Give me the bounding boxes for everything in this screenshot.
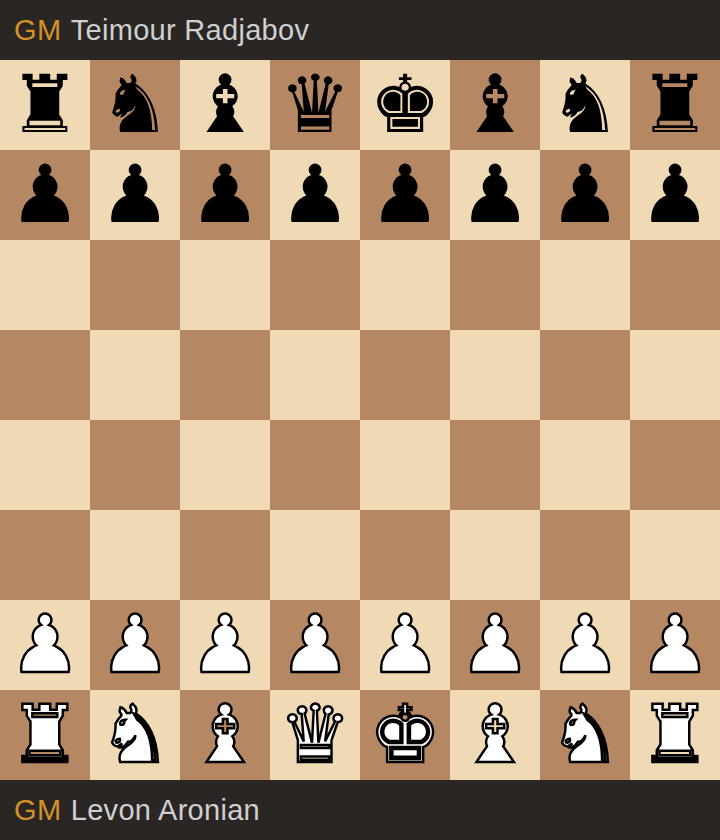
piece-white-bishop[interactable]: ♝ <box>189 690 261 780</box>
square-b4[interactable] <box>90 420 180 510</box>
square-g7[interactable]: ♟︎ <box>540 150 630 240</box>
square-a2[interactable]: ♟︎ <box>0 600 90 690</box>
square-h8[interactable]: ♜ <box>630 60 720 150</box>
square-f8[interactable]: ♝ <box>450 60 540 150</box>
bottom-player-bar: GM Levon Aronian <box>0 780 720 840</box>
square-a8[interactable]: ♜ <box>0 60 90 150</box>
piece-black-queen[interactable]: ♛ <box>279 60 351 150</box>
square-c6[interactable] <box>180 240 270 330</box>
chess-board[interactable]: ♜♞♝♛♚♝♞♜♟︎♟︎♟︎♟︎♟︎♟︎♟︎♟︎♟︎♟︎♟︎♟︎♟︎♟︎♟︎♟︎… <box>0 60 720 780</box>
piece-black-pawn[interactable]: ♟︎ <box>9 150 81 240</box>
square-f7[interactable]: ♟︎ <box>450 150 540 240</box>
square-g4[interactable] <box>540 420 630 510</box>
square-g3[interactable] <box>540 510 630 600</box>
square-g8[interactable]: ♞ <box>540 60 630 150</box>
piece-white-rook[interactable]: ♜ <box>639 690 711 780</box>
square-f3[interactable] <box>450 510 540 600</box>
square-a4[interactable] <box>0 420 90 510</box>
square-d1[interactable]: ♛ <box>270 690 360 780</box>
square-f4[interactable] <box>450 420 540 510</box>
square-b5[interactable] <box>90 330 180 420</box>
piece-white-knight[interactable]: ♞ <box>99 690 171 780</box>
top-player-name: Teimour Radjabov <box>71 14 310 47</box>
piece-white-pawn[interactable]: ♟︎ <box>549 600 621 690</box>
piece-white-pawn[interactable]: ♟︎ <box>639 600 711 690</box>
piece-white-pawn[interactable]: ♟︎ <box>189 600 261 690</box>
square-e3[interactable] <box>360 510 450 600</box>
piece-black-rook[interactable]: ♜ <box>9 60 81 150</box>
square-g5[interactable] <box>540 330 630 420</box>
square-d8[interactable]: ♛ <box>270 60 360 150</box>
piece-white-king[interactable]: ♚ <box>369 690 441 780</box>
piece-black-knight[interactable]: ♞ <box>99 60 171 150</box>
piece-black-king[interactable]: ♚ <box>369 60 441 150</box>
square-e1[interactable]: ♚ <box>360 690 450 780</box>
piece-white-bishop[interactable]: ♝ <box>459 690 531 780</box>
piece-black-bishop[interactable]: ♝ <box>459 60 531 150</box>
square-a5[interactable] <box>0 330 90 420</box>
square-d4[interactable] <box>270 420 360 510</box>
square-c5[interactable] <box>180 330 270 420</box>
square-h2[interactable]: ♟︎ <box>630 600 720 690</box>
piece-black-pawn[interactable]: ♟︎ <box>549 150 621 240</box>
square-c3[interactable] <box>180 510 270 600</box>
square-c7[interactable]: ♟︎ <box>180 150 270 240</box>
square-b7[interactable]: ♟︎ <box>90 150 180 240</box>
piece-black-pawn[interactable]: ♟︎ <box>189 150 261 240</box>
square-e8[interactable]: ♚ <box>360 60 450 150</box>
square-f2[interactable]: ♟︎ <box>450 600 540 690</box>
piece-white-pawn[interactable]: ♟︎ <box>99 600 171 690</box>
square-f1[interactable]: ♝ <box>450 690 540 780</box>
square-d2[interactable]: ♟︎ <box>270 600 360 690</box>
square-g2[interactable]: ♟︎ <box>540 600 630 690</box>
square-c1[interactable]: ♝ <box>180 690 270 780</box>
square-d7[interactable]: ♟︎ <box>270 150 360 240</box>
piece-black-pawn[interactable]: ♟︎ <box>639 150 711 240</box>
square-b1[interactable]: ♞ <box>90 690 180 780</box>
square-e2[interactable]: ♟︎ <box>360 600 450 690</box>
square-e6[interactable] <box>360 240 450 330</box>
piece-black-rook[interactable]: ♜ <box>639 60 711 150</box>
square-d5[interactable] <box>270 330 360 420</box>
square-f5[interactable] <box>450 330 540 420</box>
piece-white-queen[interactable]: ♛ <box>279 690 351 780</box>
square-h5[interactable] <box>630 330 720 420</box>
square-c8[interactable]: ♝ <box>180 60 270 150</box>
square-g6[interactable] <box>540 240 630 330</box>
piece-white-pawn[interactable]: ♟︎ <box>459 600 531 690</box>
square-f6[interactable] <box>450 240 540 330</box>
square-h4[interactable] <box>630 420 720 510</box>
piece-white-pawn[interactable]: ♟︎ <box>369 600 441 690</box>
top-player-title: GM <box>14 14 62 47</box>
piece-white-pawn[interactable]: ♟︎ <box>9 600 81 690</box>
square-c4[interactable] <box>180 420 270 510</box>
square-a3[interactable] <box>0 510 90 600</box>
square-g1[interactable]: ♞ <box>540 690 630 780</box>
square-h3[interactable] <box>630 510 720 600</box>
square-b8[interactable]: ♞ <box>90 60 180 150</box>
bottom-player-name: Levon Aronian <box>71 794 260 827</box>
square-d6[interactable] <box>270 240 360 330</box>
square-b3[interactable] <box>90 510 180 600</box>
square-e4[interactable] <box>360 420 450 510</box>
piece-black-pawn[interactable]: ♟︎ <box>99 150 171 240</box>
square-h1[interactable]: ♜ <box>630 690 720 780</box>
piece-black-knight[interactable]: ♞ <box>549 60 621 150</box>
piece-black-pawn[interactable]: ♟︎ <box>459 150 531 240</box>
piece-black-pawn[interactable]: ♟︎ <box>279 150 351 240</box>
piece-white-rook[interactable]: ♜ <box>9 690 81 780</box>
square-d3[interactable] <box>270 510 360 600</box>
square-e5[interactable] <box>360 330 450 420</box>
square-h6[interactable] <box>630 240 720 330</box>
square-c2[interactable]: ♟︎ <box>180 600 270 690</box>
square-a1[interactable]: ♜ <box>0 690 90 780</box>
bottom-player-title: GM <box>14 794 62 827</box>
piece-white-knight[interactable]: ♞ <box>549 690 621 780</box>
piece-black-bishop[interactable]: ♝ <box>189 60 261 150</box>
square-h7[interactable]: ♟︎ <box>630 150 720 240</box>
square-a7[interactable]: ♟︎ <box>0 150 90 240</box>
square-e7[interactable]: ♟︎ <box>360 150 450 240</box>
piece-black-pawn[interactable]: ♟︎ <box>369 150 441 240</box>
top-player-bar: GM Teimour Radjabov <box>0 0 720 60</box>
square-b2[interactable]: ♟︎ <box>90 600 180 690</box>
square-b6[interactable] <box>90 240 180 330</box>
square-a6[interactable] <box>0 240 90 330</box>
piece-white-pawn[interactable]: ♟︎ <box>279 600 351 690</box>
